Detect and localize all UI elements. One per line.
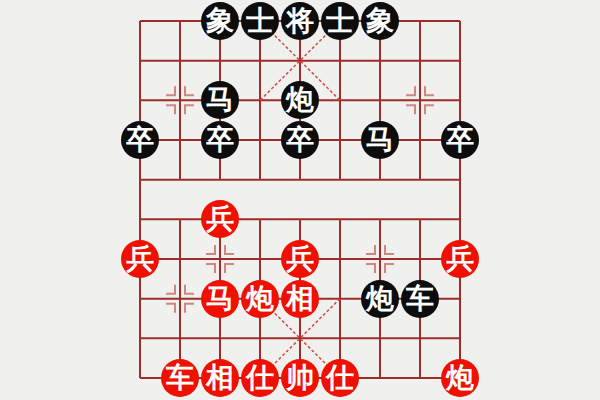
red-elephant[interactable]: 相: [281, 280, 319, 318]
red-soldier[interactable]: 兵: [121, 240, 159, 278]
black-cannon[interactable]: 炮: [281, 81, 319, 119]
black-soldier[interactable]: 卒: [441, 121, 479, 159]
black-elephant[interactable]: 象: [201, 2, 239, 40]
red-general[interactable]: 帅: [281, 359, 319, 397]
black-elephant[interactable]: 象: [361, 2, 399, 40]
black-advisor[interactable]: 士: [321, 2, 359, 40]
black-horse[interactable]: 马: [201, 81, 239, 119]
red-horse[interactable]: 马: [201, 280, 239, 318]
black-soldier[interactable]: 卒: [121, 121, 159, 159]
black-cannon[interactable]: 炮: [361, 280, 399, 318]
red-cannon[interactable]: 炮: [441, 359, 479, 397]
red-advisor[interactable]: 仕: [241, 359, 279, 397]
red-cannon[interactable]: 炮: [241, 280, 279, 318]
black-chariot[interactable]: 车: [401, 280, 439, 318]
red-soldier[interactable]: 兵: [441, 240, 479, 278]
black-general[interactable]: 将: [281, 2, 319, 40]
red-soldier[interactable]: 兵: [281, 240, 319, 278]
red-chariot[interactable]: 车: [161, 359, 199, 397]
red-elephant[interactable]: 相: [201, 359, 239, 397]
black-horse[interactable]: 马: [361, 121, 399, 159]
red-soldier[interactable]: 兵: [201, 200, 239, 238]
black-advisor[interactable]: 士: [241, 2, 279, 40]
red-advisor[interactable]: 仕: [321, 359, 359, 397]
black-soldier[interactable]: 卒: [281, 121, 319, 159]
black-soldier[interactable]: 卒: [201, 121, 239, 159]
xiangqi-board-screen: 象士将士象马炮卒卒卒马卒兵兵兵兵马炮相炮车车相仕帅仕炮: [0, 0, 600, 400]
pieces-layer: 象士将士象马炮卒卒卒马卒兵兵兵兵马炮相炮车车相仕帅仕炮: [0, 0, 600, 400]
